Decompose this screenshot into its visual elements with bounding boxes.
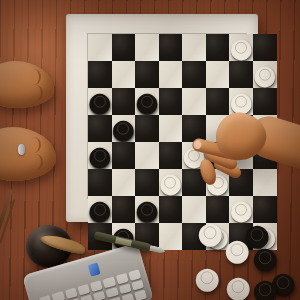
square-r4c3[interactable]: [135, 115, 159, 142]
square-r7c1[interactable]: ●: [88, 196, 112, 223]
square-r7c2[interactable]: [112, 196, 136, 223]
square-r6c4[interactable]: ●: [159, 169, 183, 196]
knuckle-line: [28, 85, 43, 101]
captured-black-piece[interactable]: ●: [254, 279, 276, 300]
dry-twig: [0, 189, 13, 236]
laptop-key: [77, 284, 90, 295]
left-player-fist-top: [0, 61, 54, 108]
square-r6c3[interactable]: [135, 169, 159, 196]
square-r1c4[interactable]: [159, 34, 183, 61]
black-piece[interactable]: ●: [135, 88, 159, 115]
laptop-key: [121, 293, 134, 300]
square-r2c8[interactable]: ●: [253, 61, 277, 88]
square-r5c1[interactable]: ●: [88, 142, 112, 169]
square-r2c7[interactable]: [229, 61, 253, 88]
white-piece[interactable]: ●: [229, 34, 253, 61]
knuckle-line: [26, 137, 41, 153]
checkers-table-scene: ●●●●●●●●●●●●●●●●● ●●●●●●●●: [0, 0, 300, 300]
square-r1c6[interactable]: [206, 34, 230, 61]
laptop-sticker: [88, 262, 101, 276]
square-r2c4[interactable]: [159, 61, 183, 88]
square-r2c6[interactable]: [206, 61, 230, 88]
knuckle-line: [28, 154, 43, 170]
left-player-fist-bottom: [0, 127, 56, 181]
square-r1c5[interactable]: [182, 34, 206, 61]
captured-white-piece[interactable]: ●: [199, 222, 221, 244]
black-piece[interactable]: ●: [88, 196, 112, 223]
square-r1c2[interactable]: [112, 34, 136, 61]
square-r4c1[interactable]: [88, 115, 112, 142]
black-piece[interactable]: ●: [88, 88, 112, 115]
knuckle-line: [26, 69, 41, 85]
laptop-key: [103, 277, 116, 288]
square-r5c2[interactable]: [112, 142, 136, 169]
white-piece[interactable]: ●: [253, 61, 277, 88]
laptop-key: [80, 294, 93, 300]
square-r3c3[interactable]: ●: [135, 88, 159, 115]
square-r1c7[interactable]: ●: [229, 34, 253, 61]
captured-white-piece[interactable]: ●: [196, 267, 218, 289]
laptop-key: [115, 273, 128, 284]
laptop-key: [93, 290, 106, 300]
square-r1c1[interactable]: [88, 34, 112, 61]
black-piece[interactable]: ●: [112, 115, 136, 142]
square-r2c1[interactable]: [88, 61, 112, 88]
square-r3c2[interactable]: [112, 88, 136, 115]
square-r4c2[interactable]: ●: [112, 115, 136, 142]
finger-ring: [18, 144, 25, 155]
square-r5c4[interactable]: [159, 142, 183, 169]
laptop-key: [39, 295, 52, 300]
pen-tip: [149, 245, 166, 254]
white-piece[interactable]: ●: [159, 169, 183, 196]
square-r2c5[interactable]: [182, 61, 206, 88]
black-piece[interactable]: ●: [135, 196, 159, 223]
square-r2c3[interactable]: [135, 61, 159, 88]
square-r2c2[interactable]: [112, 61, 136, 88]
laptop-key: [64, 288, 77, 299]
square-r5c3[interactable]: [135, 142, 159, 169]
fingernail: [193, 139, 203, 150]
right-player-hand: [190, 103, 300, 199]
laptop-key: [52, 291, 65, 300]
black-piece[interactable]: ●: [88, 142, 112, 169]
laptop-key: [134, 290, 147, 300]
square-r4c4[interactable]: [159, 115, 183, 142]
square-r7c4[interactable]: [159, 196, 183, 223]
square-r3c1[interactable]: ●: [88, 88, 112, 115]
laptop-key: [90, 280, 103, 291]
captured-white-piece[interactable]: ●: [227, 276, 249, 298]
square-r3c4[interactable]: [159, 88, 183, 115]
square-r7c3[interactable]: ●: [135, 196, 159, 223]
square-r1c3[interactable]: [135, 34, 159, 61]
square-r6c2[interactable]: [112, 169, 136, 196]
square-r1c8[interactable]: [253, 34, 277, 61]
laptop-key: [128, 269, 141, 280]
square-r6c1[interactable]: [88, 169, 112, 196]
